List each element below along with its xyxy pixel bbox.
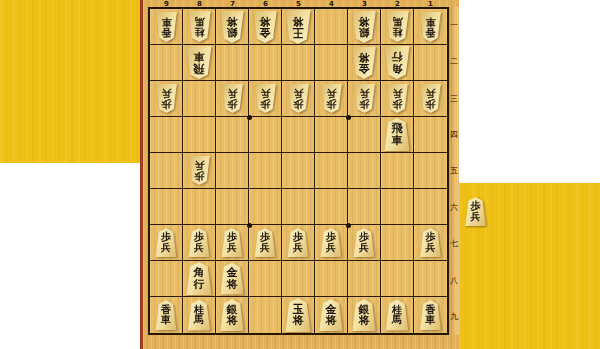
square-6-9[interactable] — [249, 297, 282, 333]
gote-knight[interactable]: 桂馬 — [187, 11, 212, 42]
piece-kanji: 歩兵 — [155, 84, 178, 113]
piece-kanji: 香車 — [419, 12, 442, 42]
square-3-6[interactable] — [348, 189, 381, 225]
square-4-6[interactable] — [315, 189, 348, 225]
shogi-board: 987654321 一二三四五六七八九 香車桂馬銀将金将王将銀将桂馬香車飛車金将… — [143, 0, 459, 349]
gote-lance[interactable]: 香車 — [419, 12, 442, 42]
square-4-3[interactable]: 歩兵 — [315, 81, 348, 117]
piece-kanji: 歩兵 — [353, 84, 376, 113]
sente-gold[interactable]: 金将 — [318, 299, 344, 331]
square-5-6[interactable] — [282, 189, 315, 225]
square-7-1[interactable]: 銀将 — [216, 9, 249, 45]
piece-kanji: 歩兵 — [254, 84, 277, 113]
piece-kanji: 金将 — [252, 11, 278, 43]
sente-pawn[interactable]: 歩兵 — [254, 228, 277, 257]
piece-kanji: 角行 — [185, 262, 213, 295]
square-4-1[interactable] — [315, 9, 348, 45]
gote-rook[interactable]: 飛車 — [185, 46, 213, 79]
square-9-9[interactable]: 香車 — [150, 297, 183, 333]
piece-kanji: 歩兵 — [188, 156, 211, 185]
rank-label-7: 七 — [449, 226, 459, 262]
gote-pawn[interactable]: 歩兵 — [287, 84, 310, 113]
square-6-4[interactable] — [249, 117, 282, 153]
sente-gold[interactable]: 金将 — [219, 263, 245, 295]
piece-kanji: 香車 — [419, 300, 442, 330]
piece-kanji: 歩兵 — [254, 228, 277, 257]
piece-kanji: 歩兵 — [287, 228, 310, 257]
square-8-4[interactable] — [183, 117, 216, 153]
square-8-7[interactable]: 歩兵 — [183, 225, 216, 261]
square-9-2[interactable] — [150, 45, 183, 81]
square-5-3[interactable]: 歩兵 — [282, 81, 315, 117]
square-1-9[interactable]: 香車 — [414, 297, 447, 333]
piece-kanji: 王将 — [284, 10, 312, 44]
square-4-8[interactable] — [315, 261, 348, 297]
square-2-6[interactable] — [381, 189, 414, 225]
square-1-2[interactable] — [414, 45, 447, 81]
sente-hand-tray: 歩兵 — [459, 183, 600, 349]
sente-lance[interactable]: 香車 — [155, 300, 178, 330]
piece-kanji: 歩兵 — [419, 228, 442, 257]
rank-label-2: 二 — [449, 43, 459, 79]
square-3-9[interactable]: 銀将 — [348, 297, 381, 333]
piece-kanji: 香車 — [155, 12, 178, 42]
gote-pawn[interactable]: 歩兵 — [221, 84, 244, 113]
square-4-4[interactable] — [315, 117, 348, 153]
piece-kanji: 歩兵 — [386, 84, 409, 113]
square-5-7[interactable]: 歩兵 — [282, 225, 315, 261]
square-9-1[interactable]: 香車 — [150, 9, 183, 45]
square-5-2[interactable] — [282, 45, 315, 81]
square-7-2[interactable] — [216, 45, 249, 81]
square-9-3[interactable]: 歩兵 — [150, 81, 183, 117]
sente-knight[interactable]: 桂馬 — [385, 300, 410, 331]
rank-label-9: 九 — [449, 299, 459, 335]
square-4-7[interactable]: 歩兵 — [315, 225, 348, 261]
sente-knight[interactable]: 桂馬 — [187, 300, 212, 331]
square-6-3[interactable]: 歩兵 — [249, 81, 282, 117]
sente-pawn[interactable]: 歩兵 — [419, 228, 442, 257]
square-6-8[interactable] — [249, 261, 282, 297]
piece-kanji: 歩兵 — [221, 228, 244, 257]
square-7-5[interactable] — [216, 153, 249, 189]
rank-label-5: 五 — [449, 153, 459, 189]
square-1-3[interactable]: 歩兵 — [414, 81, 447, 117]
square-9-5[interactable] — [150, 153, 183, 189]
square-1-6[interactable] — [414, 189, 447, 225]
gote-pawn[interactable]: 歩兵 — [386, 84, 409, 113]
square-9-7[interactable]: 歩兵 — [150, 225, 183, 261]
gote-silver[interactable]: 銀将 — [219, 11, 245, 43]
square-2-4[interactable]: 飛車 — [381, 117, 414, 153]
piece-kanji: 玉将 — [284, 298, 312, 332]
sente-bishop[interactable]: 角行 — [185, 262, 213, 295]
square-6-5[interactable] — [249, 153, 282, 189]
sente-pawn[interactable]: 歩兵 — [320, 228, 343, 257]
piece-kanji: 歩兵 — [353, 228, 376, 257]
square-3-5[interactable] — [348, 153, 381, 189]
gote-pawn[interactable]: 歩兵 — [188, 156, 211, 185]
square-6-6[interactable] — [249, 189, 282, 225]
sente-pawn[interactable]: 歩兵 — [155, 228, 178, 257]
piece-kanji: 歩兵 — [221, 84, 244, 113]
piece-kanji: 桂馬 — [187, 300, 212, 331]
gote-pawn[interactable]: 歩兵 — [320, 84, 343, 113]
square-7-4[interactable] — [216, 117, 249, 153]
square-6-7[interactable]: 歩兵 — [249, 225, 282, 261]
square-6-1[interactable]: 金将 — [249, 9, 282, 45]
piece-kanji: 桂馬 — [385, 11, 410, 42]
square-8-9[interactable]: 桂馬 — [183, 297, 216, 333]
square-6-2[interactable] — [249, 45, 282, 81]
gote-silver[interactable]: 銀将 — [351, 11, 377, 43]
piece-kanji: 角行 — [383, 46, 411, 79]
rank-label-4: 四 — [449, 116, 459, 152]
piece-kanji: 桂馬 — [385, 300, 410, 331]
square-1-1[interactable]: 香車 — [414, 9, 447, 45]
square-7-9[interactable]: 銀将 — [216, 297, 249, 333]
square-2-5[interactable] — [381, 153, 414, 189]
piece-kanji: 金将 — [351, 47, 377, 79]
square-5-5[interactable] — [282, 153, 315, 189]
rank-label-6: 六 — [449, 189, 459, 225]
piece-kanji: 飛車 — [185, 46, 213, 79]
square-7-6[interactable] — [216, 189, 249, 225]
right-margin: 歩兵 — [459, 0, 600, 349]
left-margin — [0, 0, 140, 349]
star-point — [346, 223, 351, 228]
piece-kanji: 桂馬 — [187, 11, 212, 42]
square-3-3[interactable]: 歩兵 — [348, 81, 381, 117]
gote-pawn[interactable]: 歩兵 — [254, 84, 277, 113]
rank-label-3: 三 — [449, 80, 459, 116]
square-5-1[interactable]: 王将 — [282, 9, 315, 45]
sente-pawn[interactable]: 歩兵 — [353, 228, 376, 257]
square-3-7[interactable]: 歩兵 — [348, 225, 381, 261]
square-8-6[interactable] — [183, 189, 216, 225]
square-3-8[interactable] — [348, 261, 381, 297]
piece-kanji: 香車 — [155, 300, 178, 330]
piece-kanji: 銀将 — [219, 299, 245, 331]
sente-pawn[interactable]: 歩兵 — [188, 228, 211, 257]
star-point — [247, 115, 252, 120]
piece-kanji: 歩兵 — [320, 84, 343, 113]
gote-gold[interactable]: 金将 — [351, 47, 377, 79]
square-3-4[interactable] — [348, 117, 381, 153]
gote-knight[interactable]: 桂馬 — [385, 11, 410, 42]
sente-pawn[interactable]: 歩兵 — [464, 197, 487, 226]
sente-silver[interactable]: 銀将 — [351, 299, 377, 331]
gote-lance[interactable]: 香車 — [155, 12, 178, 42]
square-2-8[interactable] — [381, 261, 414, 297]
square-2-7[interactable] — [381, 225, 414, 261]
square-4-2[interactable] — [315, 45, 348, 81]
gote-king[interactable]: 王将 — [284, 10, 312, 44]
square-9-6[interactable] — [150, 189, 183, 225]
piece-kanji: 銀将 — [219, 11, 245, 43]
sente-lance[interactable]: 香車 — [419, 300, 442, 330]
square-1-4[interactable] — [414, 117, 447, 153]
square-1-5[interactable] — [414, 153, 447, 189]
square-9-8[interactable] — [150, 261, 183, 297]
sente-pawn[interactable]: 歩兵 — [287, 228, 310, 257]
piece-kanji: 銀将 — [351, 11, 377, 43]
square-8-1[interactable]: 桂馬 — [183, 9, 216, 45]
piece-kanji: 歩兵 — [464, 197, 487, 226]
piece-kanji: 金将 — [318, 299, 344, 331]
square-2-9[interactable]: 桂馬 — [381, 297, 414, 333]
square-1-8[interactable] — [414, 261, 447, 297]
square-8-2[interactable]: 飛車 — [183, 45, 216, 81]
square-5-9[interactable]: 玉将 — [282, 297, 315, 333]
piece-kanji: 歩兵 — [188, 228, 211, 257]
piece-kanji: 歩兵 — [419, 84, 442, 113]
square-3-2[interactable]: 金将 — [348, 45, 381, 81]
hand-piece-holder: 歩兵 — [464, 197, 488, 227]
square-7-8[interactable]: 金将 — [216, 261, 249, 297]
gote-pawn[interactable]: 歩兵 — [155, 84, 178, 113]
board-grid: 香車桂馬銀将金将王将銀将桂馬香車飛車金将角行歩兵歩兵歩兵歩兵歩兵歩兵歩兵歩兵飛車… — [148, 7, 449, 335]
square-2-1[interactable]: 桂馬 — [381, 9, 414, 45]
piece-kanji: 金将 — [219, 263, 245, 295]
square-5-4[interactable] — [282, 117, 315, 153]
piece-kanji: 歩兵 — [155, 228, 178, 257]
gote-gold[interactable]: 金将 — [252, 11, 278, 43]
square-8-8[interactable]: 角行 — [183, 261, 216, 297]
sente-pawn[interactable]: 歩兵 — [221, 228, 244, 257]
rank-labels: 一二三四五六七八九 — [449, 7, 459, 335]
rank-label-1: 一 — [449, 7, 459, 43]
square-1-7[interactable]: 歩兵 — [414, 225, 447, 261]
square-3-1[interactable]: 銀将 — [348, 9, 381, 45]
piece-kanji: 銀将 — [351, 299, 377, 331]
piece-kanji: 飛車 — [383, 118, 411, 151]
rank-label-8: 八 — [449, 262, 459, 298]
square-2-3[interactable]: 歩兵 — [381, 81, 414, 117]
square-4-5[interactable] — [315, 153, 348, 189]
square-7-3[interactable]: 歩兵 — [216, 81, 249, 117]
shogi-app: 987654321 一二三四五六七八九 香車桂馬銀将金将王将銀将桂馬香車飛車金将… — [0, 0, 600, 349]
gote-pawn[interactable]: 歩兵 — [419, 84, 442, 113]
star-point — [346, 115, 351, 120]
square-9-4[interactable] — [150, 117, 183, 153]
square-5-8[interactable] — [282, 261, 315, 297]
square-8-5[interactable]: 歩兵 — [183, 153, 216, 189]
sente-rook[interactable]: 飛車 — [383, 118, 411, 151]
left-yellow-panel — [0, 0, 140, 163]
sente-hand: 歩兵 — [464, 197, 488, 227]
square-7-7[interactable]: 歩兵 — [216, 225, 249, 261]
square-2-2[interactable]: 角行 — [381, 45, 414, 81]
piece-kanji: 歩兵 — [320, 228, 343, 257]
sente-silver[interactable]: 銀将 — [219, 299, 245, 331]
piece-kanji: 歩兵 — [287, 84, 310, 113]
gote-bishop[interactable]: 角行 — [383, 46, 411, 79]
gote-pawn[interactable]: 歩兵 — [353, 84, 376, 113]
square-8-3[interactable] — [183, 81, 216, 117]
square-4-9[interactable]: 金将 — [315, 297, 348, 333]
star-point — [247, 223, 252, 228]
sente-king[interactable]: 玉将 — [284, 298, 312, 332]
